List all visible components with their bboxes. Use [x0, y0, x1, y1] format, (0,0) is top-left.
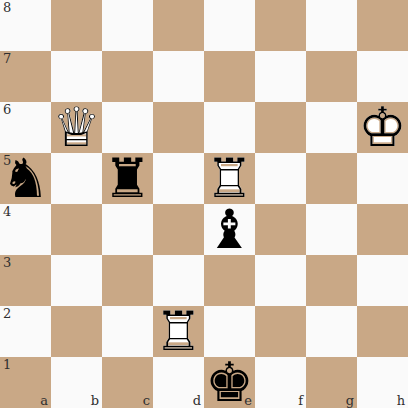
white-piece-outline: ♕	[52, 102, 100, 153]
square-h7[interactable]	[357, 51, 408, 102]
file-label-g: g	[346, 393, 354, 408]
square-g3[interactable]	[306, 255, 357, 306]
square-a3[interactable]: 3	[0, 255, 51, 306]
square-d2[interactable]: ♜♖	[153, 306, 204, 357]
square-f8[interactable]	[255, 0, 306, 51]
square-h8[interactable]	[357, 0, 408, 51]
square-e2[interactable]	[204, 306, 255, 357]
square-h2[interactable]	[357, 306, 408, 357]
square-g1[interactable]: g	[306, 357, 357, 408]
rank-label-4: 4	[3, 204, 11, 220]
black-king-e1[interactable]: ♚	[204, 357, 255, 408]
square-d7[interactable]	[153, 51, 204, 102]
square-e6[interactable]	[204, 102, 255, 153]
square-d5[interactable]	[153, 153, 204, 204]
square-a7[interactable]: 7	[0, 51, 51, 102]
square-a2[interactable]: 2	[0, 306, 51, 357]
rank-label-3: 3	[3, 255, 11, 271]
square-g7[interactable]	[306, 51, 357, 102]
square-e5[interactable]: ♜♖	[204, 153, 255, 204]
file-label-a: a	[40, 393, 48, 408]
square-b3[interactable]	[51, 255, 102, 306]
white-queen-b6[interactable]: ♛♕	[51, 102, 102, 153]
square-c6[interactable]	[102, 102, 153, 153]
square-f4[interactable]	[255, 204, 306, 255]
square-e4[interactable]: ♝	[204, 204, 255, 255]
square-b6[interactable]: ♛♕	[51, 102, 102, 153]
square-b8[interactable]	[51, 0, 102, 51]
square-c7[interactable]	[102, 51, 153, 102]
square-c8[interactable]	[102, 0, 153, 51]
square-b1[interactable]: b	[51, 357, 102, 408]
file-label-c: c	[143, 393, 150, 408]
square-e7[interactable]	[204, 51, 255, 102]
square-a6[interactable]: 6	[0, 102, 51, 153]
square-b7[interactable]	[51, 51, 102, 102]
square-g5[interactable]	[306, 153, 357, 204]
rank-label-7: 7	[3, 51, 11, 67]
square-g6[interactable]	[306, 102, 357, 153]
square-h4[interactable]	[357, 204, 408, 255]
black-piece-glyph: ♜	[103, 153, 151, 204]
black-piece-glyph: ♞	[1, 153, 49, 204]
square-f1[interactable]: f	[255, 357, 306, 408]
square-f3[interactable]	[255, 255, 306, 306]
square-g4[interactable]	[306, 204, 357, 255]
square-f2[interactable]	[255, 306, 306, 357]
rank-label-1: 1	[3, 357, 11, 373]
square-b5[interactable]	[51, 153, 102, 204]
white-rook-e5[interactable]: ♜♖	[204, 153, 255, 204]
black-knight-a5[interactable]: ♞	[0, 153, 51, 204]
rank-label-2: 2	[3, 306, 11, 322]
square-f5[interactable]	[255, 153, 306, 204]
square-d3[interactable]	[153, 255, 204, 306]
square-h1[interactable]: h	[357, 357, 408, 408]
square-f6[interactable]	[255, 102, 306, 153]
square-b4[interactable]	[51, 204, 102, 255]
square-h3[interactable]	[357, 255, 408, 306]
square-e8[interactable]	[204, 0, 255, 51]
square-b2[interactable]	[51, 306, 102, 357]
rank-label-6: 6	[3, 102, 11, 118]
square-h5[interactable]	[357, 153, 408, 204]
square-e3[interactable]	[204, 255, 255, 306]
white-piece-outline: ♖	[154, 306, 202, 357]
square-e1[interactable]: e♚	[204, 357, 255, 408]
black-piece-glyph: ♚	[205, 357, 253, 408]
square-a1[interactable]: 1a	[0, 357, 51, 408]
white-rook-d2[interactable]: ♜♖	[153, 306, 204, 357]
square-c1[interactable]: c	[102, 357, 153, 408]
black-bishop-e4[interactable]: ♝	[204, 204, 255, 255]
square-c4[interactable]	[102, 204, 153, 255]
chess-board: 876♛♕♚♔5♞♜♜♖4♝32♜♖1abcde♚fgh	[0, 0, 408, 408]
square-c5[interactable]: ♜	[102, 153, 153, 204]
square-d1[interactable]: d	[153, 357, 204, 408]
square-c2[interactable]	[102, 306, 153, 357]
square-d6[interactable]	[153, 102, 204, 153]
square-h6[interactable]: ♚♔	[357, 102, 408, 153]
square-g8[interactable]	[306, 0, 357, 51]
white-king-h6[interactable]: ♚♔	[357, 102, 408, 153]
black-piece-glyph: ♝	[205, 204, 253, 255]
square-a5[interactable]: 5♞	[0, 153, 51, 204]
white-piece-outline: ♖	[205, 153, 253, 204]
square-a8[interactable]: 8	[0, 0, 51, 51]
file-label-b: b	[91, 393, 99, 408]
square-a4[interactable]: 4	[0, 204, 51, 255]
square-f7[interactable]	[255, 51, 306, 102]
rank-label-8: 8	[3, 0, 11, 16]
file-label-d: d	[193, 393, 201, 408]
file-label-h: h	[397, 393, 405, 408]
white-piece-outline: ♔	[358, 102, 406, 153]
file-label-f: f	[298, 393, 303, 408]
square-d8[interactable]	[153, 0, 204, 51]
black-rook-c5[interactable]: ♜	[102, 153, 153, 204]
square-g2[interactable]	[306, 306, 357, 357]
square-c3[interactable]	[102, 255, 153, 306]
square-d4[interactable]	[153, 204, 204, 255]
